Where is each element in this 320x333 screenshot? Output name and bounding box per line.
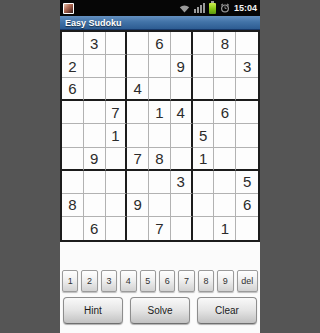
cell-r9c3[interactable]: [106, 217, 128, 240]
cell-r6c5[interactable]: 8: [149, 148, 171, 171]
cell-r9c6[interactable]: [171, 217, 193, 240]
cell-r2c7[interactable]: [193, 55, 215, 78]
clear-button[interactable]: Clear: [197, 297, 257, 324]
key-delete[interactable]: del: [237, 270, 258, 292]
alarm-icon: [220, 3, 230, 13]
cell-r2c3[interactable]: [106, 55, 128, 78]
cell-r6c3[interactable]: [106, 148, 128, 171]
hint-button[interactable]: Hint: [63, 297, 123, 324]
cell-r1c5[interactable]: 6: [149, 32, 171, 55]
cell-r8c1[interactable]: 8: [62, 194, 84, 217]
cell-r4c7[interactable]: [193, 101, 215, 124]
key-8[interactable]: 8: [198, 270, 214, 292]
action-bar: Hint Solve Clear: [60, 297, 260, 324]
cell-r3c8[interactable]: [214, 78, 236, 101]
cell-r1c4[interactable]: [127, 32, 149, 55]
cell-r4c1[interactable]: [62, 101, 84, 124]
cell-r5c2[interactable]: [84, 124, 106, 147]
signal-strength-icon: [194, 3, 205, 13]
cell-r4c4[interactable]: [127, 101, 149, 124]
key-3[interactable]: 3: [101, 270, 117, 292]
status-bar: 15:04: [60, 0, 260, 16]
clock-time: 15:04: [234, 3, 257, 13]
cell-r3c1[interactable]: 6: [62, 78, 84, 101]
cell-r2c2[interactable]: [84, 55, 106, 78]
battery-icon: [209, 3, 216, 14]
cell-r7c9[interactable]: 5: [236, 171, 258, 194]
app-notification-icon: [63, 3, 74, 14]
app-window: 15:04 Easy Sudoku 3682936471461597813589…: [60, 0, 260, 333]
cell-r3c2[interactable]: [84, 78, 106, 101]
cell-r5c3[interactable]: 1: [106, 124, 128, 147]
cell-r5c7[interactable]: 5: [193, 124, 215, 147]
cell-r4c2[interactable]: [84, 101, 106, 124]
cell-r1c9[interactable]: [236, 32, 258, 55]
key-7[interactable]: 7: [178, 270, 194, 292]
cell-r7c8[interactable]: [214, 171, 236, 194]
cell-r3c5[interactable]: [149, 78, 171, 101]
cell-r5c5[interactable]: [149, 124, 171, 147]
cell-r5c9[interactable]: [236, 124, 258, 147]
cell-r4c3[interactable]: 7: [106, 101, 128, 124]
cell-r6c8[interactable]: [214, 148, 236, 171]
cell-r9c7[interactable]: [193, 217, 215, 240]
cell-r8c8[interactable]: [214, 194, 236, 217]
solve-button[interactable]: Solve: [130, 297, 190, 324]
key-2[interactable]: 2: [81, 270, 97, 292]
cell-r3c4[interactable]: 4: [127, 78, 149, 101]
cell-r4c9[interactable]: [236, 101, 258, 124]
cell-r5c4[interactable]: [127, 124, 149, 147]
title-bar: Easy Sudoku: [60, 16, 260, 30]
cell-r5c1[interactable]: [62, 124, 84, 147]
cell-r8c9[interactable]: 6: [236, 194, 258, 217]
cell-r6c2[interactable]: 9: [84, 148, 106, 171]
cell-r1c6[interactable]: [171, 32, 193, 55]
cell-r1c1[interactable]: [62, 32, 84, 55]
cell-r2c1[interactable]: 2: [62, 55, 84, 78]
key-6[interactable]: 6: [159, 270, 175, 292]
cell-r9c5[interactable]: 7: [149, 217, 171, 240]
cell-r2c4[interactable]: [127, 55, 149, 78]
key-9[interactable]: 9: [217, 270, 233, 292]
wifi-icon: [179, 4, 190, 13]
cell-r9c4[interactable]: [127, 217, 149, 240]
cell-r1c8[interactable]: 8: [214, 32, 236, 55]
cell-r5c6[interactable]: [171, 124, 193, 147]
cell-r8c4[interactable]: 9: [127, 194, 149, 217]
cell-r7c1[interactable]: [62, 171, 84, 194]
cell-r4c5[interactable]: 1: [149, 101, 171, 124]
cell-r6c1[interactable]: [62, 148, 84, 171]
cell-r8c6[interactable]: [171, 194, 193, 217]
cell-r9c1[interactable]: [62, 217, 84, 240]
cell-r8c2[interactable]: [84, 194, 106, 217]
cell-r1c3[interactable]: [106, 32, 128, 55]
cell-r8c5[interactable]: [149, 194, 171, 217]
cell-r6c4[interactable]: 7: [127, 148, 149, 171]
key-5[interactable]: 5: [140, 270, 156, 292]
cell-r8c3[interactable]: [106, 194, 128, 217]
cell-r1c7[interactable]: [193, 32, 215, 55]
number-pad: 1 2 3 4 5 6 7 8 9 del: [60, 270, 260, 292]
cell-r8c7[interactable]: [193, 194, 215, 217]
cell-r1c2[interactable]: 3: [84, 32, 106, 55]
cell-r7c2[interactable]: [84, 171, 106, 194]
cell-r7c4[interactable]: [127, 171, 149, 194]
cell-r6c7[interactable]: 1: [193, 148, 215, 171]
cell-r2c6[interactable]: 9: [171, 55, 193, 78]
cell-r6c9[interactable]: [236, 148, 258, 171]
page-title: Easy Sudoku: [65, 18, 122, 28]
cell-r2c9[interactable]: 3: [236, 55, 258, 78]
cell-r3c6[interactable]: [171, 78, 193, 101]
cell-r2c8[interactable]: [214, 55, 236, 78]
cell-r3c7[interactable]: [193, 78, 215, 101]
cell-r7c3[interactable]: [106, 171, 128, 194]
cell-r9c9[interactable]: [236, 217, 258, 240]
cell-r3c3[interactable]: [106, 78, 128, 101]
cell-r7c6[interactable]: 3: [171, 171, 193, 194]
cell-r2c5[interactable]: [149, 55, 171, 78]
cell-r9c2[interactable]: 6: [84, 217, 106, 240]
cell-r5c8[interactable]: [214, 124, 236, 147]
cell-r7c5[interactable]: [149, 171, 171, 194]
key-1[interactable]: 1: [62, 270, 78, 292]
sudoku-board: 36829364714615978135896671: [60, 30, 260, 242]
cell-r7c7[interactable]: [193, 171, 215, 194]
cell-r3c9[interactable]: [236, 78, 258, 101]
key-4[interactable]: 4: [120, 270, 136, 292]
cell-r4c6[interactable]: 4: [171, 101, 193, 124]
cell-r9c8[interactable]: 1: [214, 217, 236, 240]
cell-r4c8[interactable]: 6: [214, 101, 236, 124]
cell-r6c6[interactable]: [171, 148, 193, 171]
